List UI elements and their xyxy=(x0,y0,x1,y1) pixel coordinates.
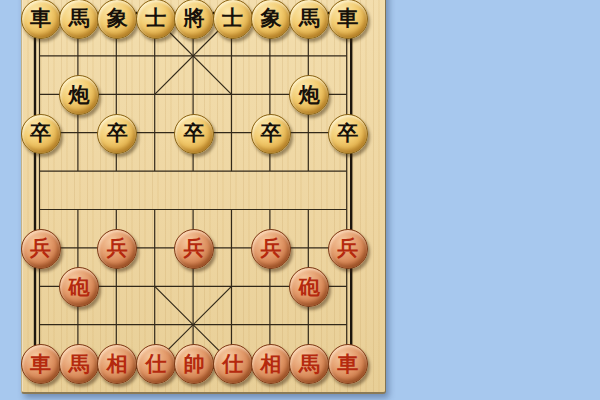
piece-black-soldier[interactable]: 卒 xyxy=(97,114,137,154)
piece-red-elephant[interactable]: 相 xyxy=(251,344,291,384)
piece-glyph: 砲 xyxy=(299,277,320,298)
piece-glyph: 炮 xyxy=(68,85,89,106)
piece-glyph: 卒 xyxy=(260,123,281,144)
piece-glyph: 仕 xyxy=(222,354,243,375)
piece-red-advisor[interactable]: 仕 xyxy=(136,344,176,384)
piece-glyph: 車 xyxy=(337,354,358,375)
piece-black-soldier[interactable]: 卒 xyxy=(251,114,291,154)
piece-red-cannon[interactable]: 砲 xyxy=(59,267,99,307)
board-grid xyxy=(22,0,385,392)
piece-black-advisor[interactable]: 士 xyxy=(213,0,253,39)
piece-black-horse[interactable]: 馬 xyxy=(289,0,329,39)
piece-black-cannon[interactable]: 炮 xyxy=(59,75,99,115)
piece-black-elephant[interactable]: 象 xyxy=(97,0,137,39)
piece-red-advisor[interactable]: 仕 xyxy=(213,344,253,384)
piece-glyph: 象 xyxy=(260,8,281,29)
piece-glyph: 車 xyxy=(30,354,51,375)
piece-red-chariot[interactable]: 車 xyxy=(21,344,61,384)
piece-black-soldier[interactable]: 卒 xyxy=(174,114,214,154)
piece-black-elephant[interactable]: 象 xyxy=(251,0,291,39)
piece-black-chariot[interactable]: 車 xyxy=(21,0,61,39)
piece-black-soldier[interactable]: 卒 xyxy=(21,114,61,154)
piece-glyph: 兵 xyxy=(184,238,205,259)
piece-glyph: 炮 xyxy=(299,85,320,106)
piece-red-soldier[interactable]: 兵 xyxy=(97,229,137,269)
piece-red-horse[interactable]: 馬 xyxy=(59,344,99,384)
piece-black-advisor[interactable]: 士 xyxy=(136,0,176,39)
piece-glyph: 仕 xyxy=(145,354,166,375)
piece-black-chariot[interactable]: 車 xyxy=(328,0,368,39)
piece-black-general[interactable]: 將 xyxy=(174,0,214,39)
piece-glyph: 馬 xyxy=(299,354,320,375)
piece-glyph: 兵 xyxy=(260,238,281,259)
piece-glyph: 砲 xyxy=(68,277,89,298)
piece-glyph: 象 xyxy=(107,8,128,29)
piece-glyph: 卒 xyxy=(107,123,128,144)
piece-glyph: 卒 xyxy=(30,123,51,144)
piece-glyph: 馬 xyxy=(299,8,320,29)
xiangqi-board[interactable]: 車馬象士將士象馬車炮炮卒卒卒卒卒兵兵兵兵兵砲砲車馬相仕帥仕相馬車 xyxy=(21,0,386,394)
piece-red-chariot[interactable]: 車 xyxy=(328,344,368,384)
piece-glyph: 相 xyxy=(107,354,128,375)
piece-red-soldier[interactable]: 兵 xyxy=(328,229,368,269)
piece-glyph: 車 xyxy=(30,8,51,29)
piece-glyph: 車 xyxy=(337,8,358,29)
piece-glyph: 相 xyxy=(260,354,281,375)
piece-red-soldier[interactable]: 兵 xyxy=(174,229,214,269)
piece-black-horse[interactable]: 馬 xyxy=(59,0,99,39)
piece-glyph: 將 xyxy=(184,8,205,29)
piece-red-general[interactable]: 帥 xyxy=(174,344,214,384)
piece-glyph: 兵 xyxy=(107,238,128,259)
piece-red-soldier[interactable]: 兵 xyxy=(21,229,61,269)
piece-glyph: 馬 xyxy=(68,8,89,29)
piece-red-soldier[interactable]: 兵 xyxy=(251,229,291,269)
piece-glyph: 士 xyxy=(145,8,166,29)
piece-glyph: 士 xyxy=(222,8,243,29)
piece-glyph: 兵 xyxy=(337,238,358,259)
piece-glyph: 兵 xyxy=(30,238,51,259)
piece-glyph: 馬 xyxy=(68,354,89,375)
piece-glyph: 卒 xyxy=(337,123,358,144)
piece-glyph: 帥 xyxy=(184,354,205,375)
piece-glyph: 卒 xyxy=(184,123,205,144)
app-background: 車馬象士將士象馬車炮炮卒卒卒卒卒兵兵兵兵兵砲砲車馬相仕帥仕相馬車 xyxy=(0,0,600,400)
piece-black-soldier[interactable]: 卒 xyxy=(328,114,368,154)
